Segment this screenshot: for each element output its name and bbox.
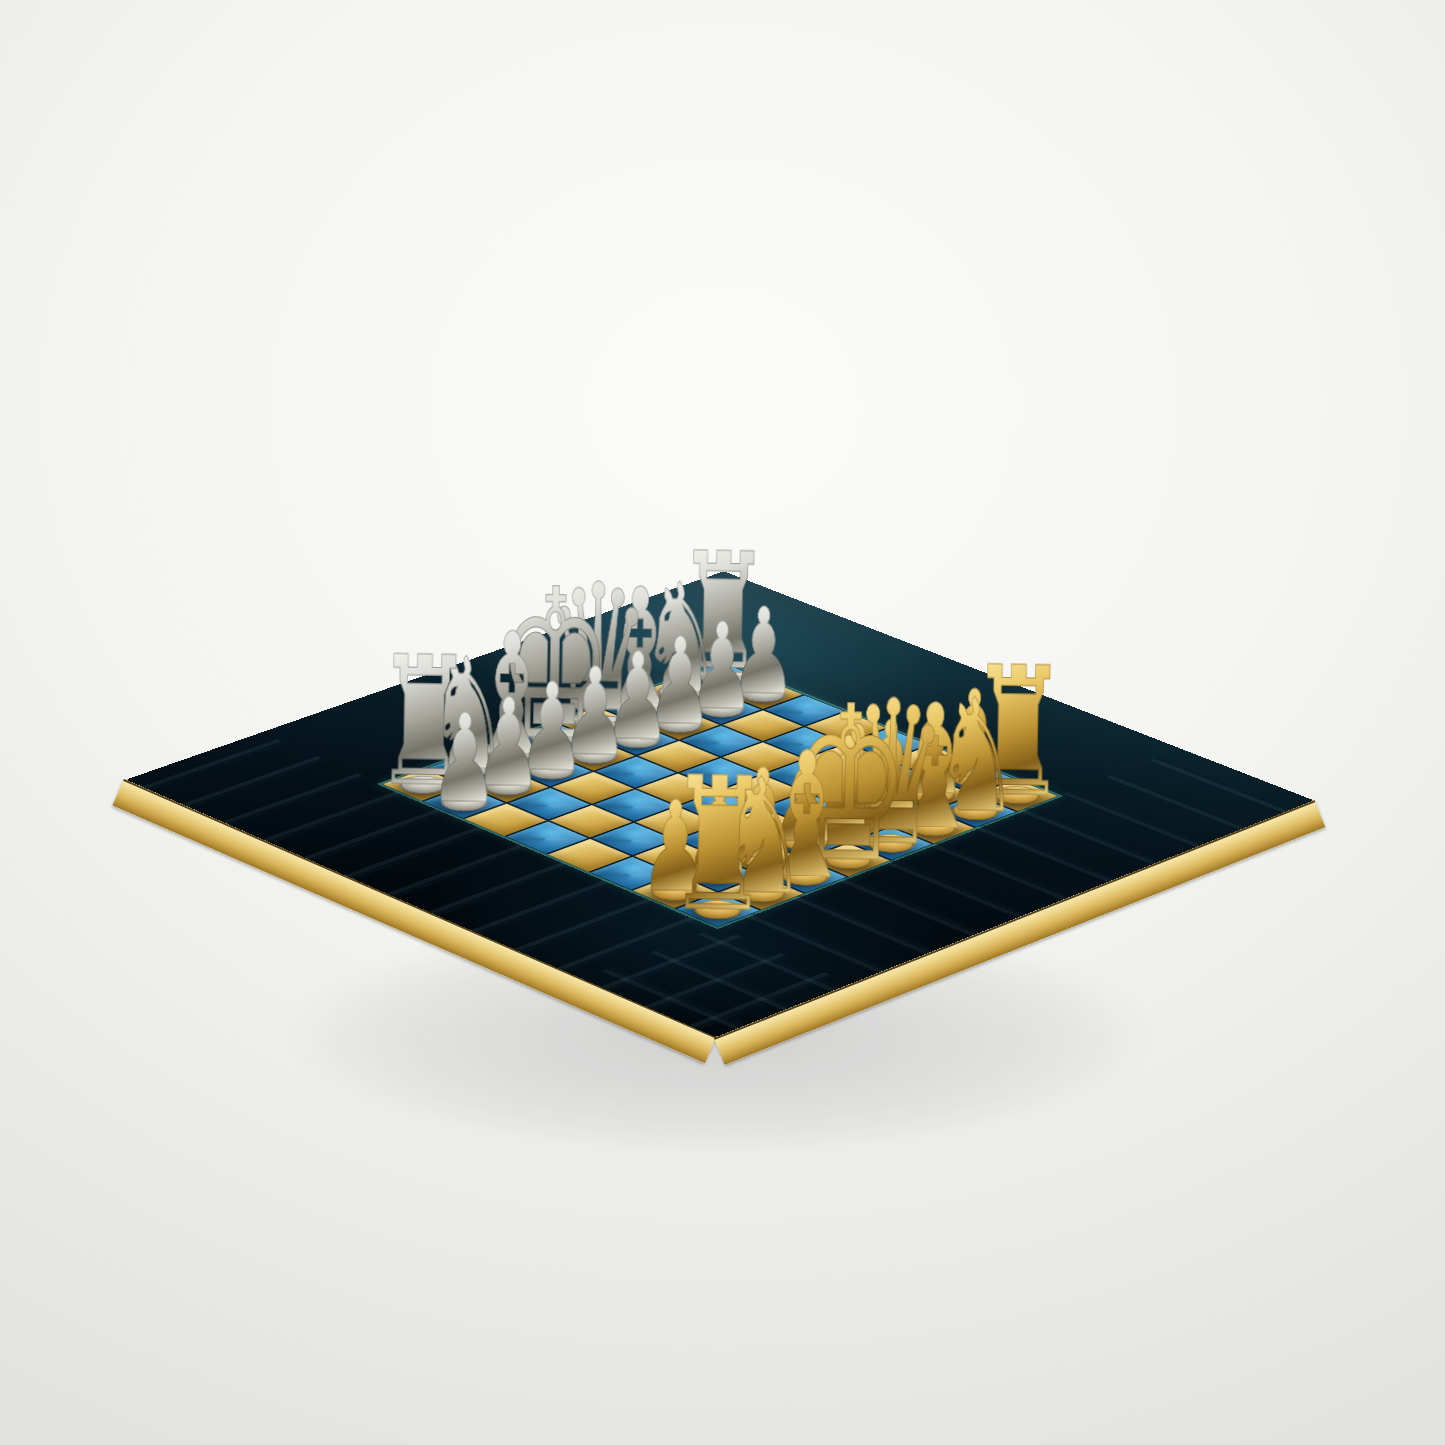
product-photo-scene: ♜♟♟♜♞♟♟♞♝♟♟♝♛♟♟♛♚♟♟♚♝♟♟♝♞♟♟♞♜♟♟♜ (0, 0, 1445, 1445)
chess-board: ♜♟♟♜♞♟♟♞♝♟♟♝♛♟♟♛♚♟♟♚♝♟♟♝♞♟♟♞♜♟♟♜ (126, 571, 1314, 1037)
square-h2[interactable]: ♟ (423, 786, 505, 818)
camera-roll: ♜♟♟♜♞♟♟♞♝♟♟♝♛♟♟♛♚♟♟♚♝♟♟♝♞♟♟♞♜♟♟♜ (0, 128, 1445, 1445)
square-h3[interactable] (464, 803, 547, 836)
camera-perspective: ♜♟♟♜♞♟♟♞♝♟♟♝♛♟♟♛♚♟♟♚♝♟♟♝♞♟♟♞♜♟♟♜ (0, 140, 1440, 1440)
white-pawn[interactable]: ♟ (379, 585, 553, 804)
piece-glyph: ♟ (430, 697, 500, 821)
black-rook[interactable]: ♜ (630, 686, 809, 911)
chess-board-field: ♜♟♟♜♞♟♟♞♝♟♟♝♛♟♟♛♚♟♟♚♝♟♟♝♞♟♟♞♜♟♟♜ (382, 662, 1058, 926)
square-h8[interactable]: ♜ (676, 893, 761, 927)
